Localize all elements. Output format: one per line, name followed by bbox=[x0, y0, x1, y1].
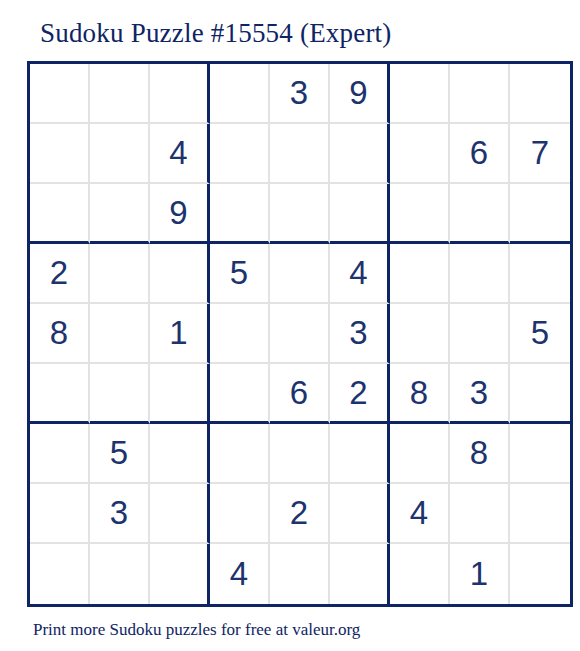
cell-r2c9: 7 bbox=[510, 124, 570, 184]
cell-r1c3 bbox=[150, 64, 210, 124]
cell-r9c9 bbox=[510, 544, 570, 604]
cell-r4c2 bbox=[90, 244, 150, 304]
cell-r6c2 bbox=[90, 364, 150, 424]
cell-r1c5: 3 bbox=[270, 64, 330, 124]
cell-r8c5: 2 bbox=[270, 484, 330, 544]
cell-r5c9: 5 bbox=[510, 304, 570, 364]
cell-r9c8: 1 bbox=[450, 544, 510, 604]
cell-r4c4: 5 bbox=[210, 244, 270, 304]
cell-r4c6: 4 bbox=[330, 244, 390, 304]
cell-r4c5 bbox=[270, 244, 330, 304]
cell-r5c8 bbox=[450, 304, 510, 364]
cell-r7c1 bbox=[30, 424, 90, 484]
cell-r3c9 bbox=[510, 184, 570, 244]
cell-r9c7 bbox=[390, 544, 450, 604]
cell-r6c8: 3 bbox=[450, 364, 510, 424]
cell-r8c1 bbox=[30, 484, 90, 544]
cell-r3c5 bbox=[270, 184, 330, 244]
cell-r6c4 bbox=[210, 364, 270, 424]
cell-r7c9 bbox=[510, 424, 570, 484]
cell-r5c5 bbox=[270, 304, 330, 364]
cell-r4c3 bbox=[150, 244, 210, 304]
cell-r8c7: 4 bbox=[390, 484, 450, 544]
cell-r9c5 bbox=[270, 544, 330, 604]
cell-r6c9 bbox=[510, 364, 570, 424]
cell-r5c2 bbox=[90, 304, 150, 364]
cell-r2c6 bbox=[330, 124, 390, 184]
cell-r1c8 bbox=[450, 64, 510, 124]
cell-r2c5 bbox=[270, 124, 330, 184]
cell-r4c8 bbox=[450, 244, 510, 304]
cell-r5c6: 3 bbox=[330, 304, 390, 364]
cell-r3c1 bbox=[30, 184, 90, 244]
cell-r3c2 bbox=[90, 184, 150, 244]
cell-r3c8 bbox=[450, 184, 510, 244]
page-title: Sudoku Puzzle #15554 (Expert) bbox=[40, 14, 580, 52]
cell-r7c7 bbox=[390, 424, 450, 484]
cell-r7c2: 5 bbox=[90, 424, 150, 484]
cell-r4c9 bbox=[510, 244, 570, 304]
cell-r8c6 bbox=[330, 484, 390, 544]
cell-r8c4 bbox=[210, 484, 270, 544]
cell-r1c7 bbox=[390, 64, 450, 124]
cell-r6c5: 6 bbox=[270, 364, 330, 424]
cell-r2c8: 6 bbox=[450, 124, 510, 184]
cell-r8c8 bbox=[450, 484, 510, 544]
cell-r5c4 bbox=[210, 304, 270, 364]
sudoku-grid: 394679254813562835832441 bbox=[27, 61, 573, 607]
cell-r2c1 bbox=[30, 124, 90, 184]
cell-r7c6 bbox=[330, 424, 390, 484]
cell-r1c2 bbox=[90, 64, 150, 124]
footer-credit: Print more Sudoku puzzles for free at va… bbox=[33, 620, 580, 640]
cell-r8c9 bbox=[510, 484, 570, 544]
cell-r1c6: 9 bbox=[330, 64, 390, 124]
cell-r9c4: 4 bbox=[210, 544, 270, 604]
cell-r2c3: 4 bbox=[150, 124, 210, 184]
cell-r6c1 bbox=[30, 364, 90, 424]
cell-r1c4 bbox=[210, 64, 270, 124]
cell-r3c7 bbox=[390, 184, 450, 244]
cell-r9c2 bbox=[90, 544, 150, 604]
cell-r1c9 bbox=[510, 64, 570, 124]
cell-r3c6 bbox=[330, 184, 390, 244]
cell-r3c4 bbox=[210, 184, 270, 244]
cell-r2c4 bbox=[210, 124, 270, 184]
cell-r7c4 bbox=[210, 424, 270, 484]
cell-r6c6: 2 bbox=[330, 364, 390, 424]
cell-r1c1 bbox=[30, 64, 90, 124]
cell-r9c1 bbox=[30, 544, 90, 604]
cell-r5c3: 1 bbox=[150, 304, 210, 364]
cell-r5c7 bbox=[390, 304, 450, 364]
cell-r2c7 bbox=[390, 124, 450, 184]
cell-r6c3 bbox=[150, 364, 210, 424]
cell-r9c6 bbox=[330, 544, 390, 604]
cell-r2c2 bbox=[90, 124, 150, 184]
cell-r5c1: 8 bbox=[30, 304, 90, 364]
cell-r8c3 bbox=[150, 484, 210, 544]
cell-r4c7 bbox=[390, 244, 450, 304]
cell-r7c8: 8 bbox=[450, 424, 510, 484]
cell-r6c7: 8 bbox=[390, 364, 450, 424]
cell-r4c1: 2 bbox=[30, 244, 90, 304]
cell-r7c5 bbox=[270, 424, 330, 484]
cell-r3c3: 9 bbox=[150, 184, 210, 244]
cell-r9c3 bbox=[150, 544, 210, 604]
cell-r7c3 bbox=[150, 424, 210, 484]
cell-r8c2: 3 bbox=[90, 484, 150, 544]
